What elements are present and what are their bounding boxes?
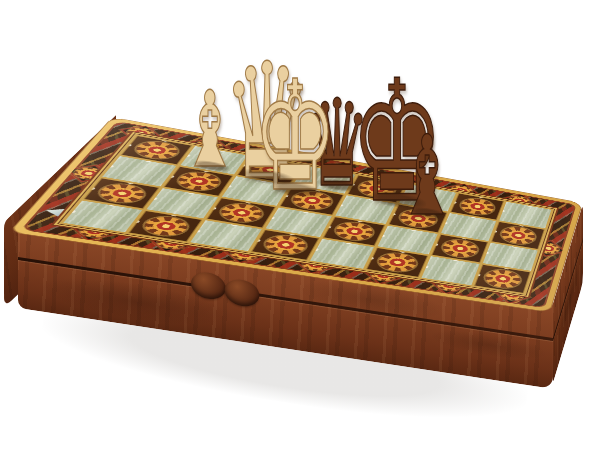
- clasp-knob-right: [225, 277, 260, 308]
- piece-white-king[interactable]: ♚: [253, 61, 337, 213]
- chess-box-product-photo: Closed folding wooden chess box with Syr…: [0, 0, 600, 450]
- piece-black-bishop[interactable]: ♝: [396, 121, 457, 231]
- box-clasp-handle: [191, 270, 262, 309]
- clasp-knob-left: [191, 270, 226, 301]
